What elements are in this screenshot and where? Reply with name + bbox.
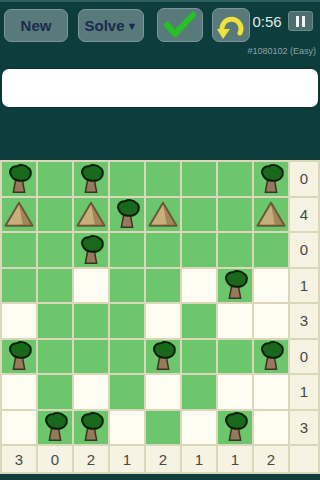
cell-r6c1[interactable] [2, 340, 36, 374]
col-clue-2: 0 [38, 446, 72, 472]
cell-r3c2[interactable] [38, 233, 72, 267]
cell-r4c7[interactable] [218, 269, 252, 303]
checkmark-icon [161, 11, 199, 39]
cell-r5c7[interactable] [218, 304, 252, 338]
cell-r5c1[interactable] [2, 304, 36, 338]
cell-r1c8[interactable] [254, 162, 288, 196]
message-box [2, 69, 318, 107]
tent-icon [3, 198, 35, 230]
tree-icon [147, 340, 179, 372]
col-clue-4: 1 [110, 446, 144, 472]
cell-r3c8[interactable] [254, 233, 288, 267]
pause-icon [296, 16, 299, 27]
cell-r7c8[interactable] [254, 375, 288, 409]
row-clue-5: 3 [290, 304, 318, 338]
cell-r2c3[interactable] [74, 198, 108, 232]
cell-r4c5[interactable] [146, 269, 180, 303]
tree-icon [219, 411, 251, 443]
cell-r1c3[interactable] [74, 162, 108, 196]
cell-r1c5[interactable] [146, 162, 180, 196]
col-clue-5: 2 [146, 446, 180, 472]
cell-r8c5[interactable] [146, 411, 180, 445]
cell-r4c2[interactable] [38, 269, 72, 303]
cell-r8c2[interactable] [38, 411, 72, 445]
tree-icon [75, 234, 107, 266]
cell-r6c5[interactable] [146, 340, 180, 374]
cell-r7c1[interactable] [2, 375, 36, 409]
col-clue-8: 2 [254, 446, 288, 472]
cell-r7c7[interactable] [218, 375, 252, 409]
cell-r3c1[interactable] [2, 233, 36, 267]
cell-r5c6[interactable] [182, 304, 216, 338]
cell-r4c3[interactable] [74, 269, 108, 303]
cell-r8c4[interactable] [110, 411, 144, 445]
cell-r1c2[interactable] [38, 162, 72, 196]
cell-r6c7[interactable] [218, 340, 252, 374]
cell-r6c6[interactable] [182, 340, 216, 374]
cell-r1c1[interactable] [2, 162, 36, 196]
cell-r8c6[interactable] [182, 411, 216, 445]
cell-r3c6[interactable] [182, 233, 216, 267]
cell-r4c4[interactable] [110, 269, 144, 303]
tree-icon [255, 340, 287, 372]
cell-r6c2[interactable] [38, 340, 72, 374]
cell-r5c4[interactable] [110, 304, 144, 338]
app-screen: New Solve ▼ 0:56 #1080102 (Easy) 0401301… [0, 0, 320, 480]
cell-r5c2[interactable] [38, 304, 72, 338]
pause-button[interactable] [288, 11, 313, 31]
cell-r4c6[interactable] [182, 269, 216, 303]
check-button[interactable] [157, 8, 203, 42]
cell-r3c4[interactable] [110, 233, 144, 267]
row-clue-3: 0 [290, 233, 318, 267]
tree-icon [75, 411, 107, 443]
solve-button-label: Solve [85, 17, 125, 34]
cell-r8c7[interactable] [218, 411, 252, 445]
cell-r5c3[interactable] [74, 304, 108, 338]
new-button-label: New [21, 17, 52, 34]
cell-r3c3[interactable] [74, 233, 108, 267]
cell-r8c8[interactable] [254, 411, 288, 445]
tree-icon [3, 340, 35, 372]
new-button[interactable]: New [4, 9, 68, 42]
cell-r2c8[interactable] [254, 198, 288, 232]
cell-r5c8[interactable] [254, 304, 288, 338]
tent-icon [255, 198, 287, 230]
tree-icon [219, 269, 251, 301]
cell-r2c6[interactable] [182, 198, 216, 232]
cell-r6c3[interactable] [74, 340, 108, 374]
chevron-down-icon: ▼ [127, 20, 138, 32]
cell-r1c6[interactable] [182, 162, 216, 196]
cell-r6c4[interactable] [110, 340, 144, 374]
col-clue-6: 1 [182, 446, 216, 472]
row-clue-4: 1 [290, 269, 318, 303]
cell-r2c2[interactable] [38, 198, 72, 232]
cell-r8c1[interactable] [2, 411, 36, 445]
cell-r7c5[interactable] [146, 375, 180, 409]
row-clue-1: 0 [290, 162, 318, 196]
row-clue-8: 3 [290, 411, 318, 445]
board: 0401301330212112 [0, 160, 320, 474]
row-clue-7: 1 [290, 375, 318, 409]
col-clue-1: 3 [2, 446, 36, 472]
cell-r6c8[interactable] [254, 340, 288, 374]
cell-r2c5[interactable] [146, 198, 180, 232]
cell-r1c7[interactable] [218, 162, 252, 196]
clue-corner [290, 446, 318, 472]
solve-button[interactable]: Solve ▼ [78, 9, 144, 42]
cell-r2c1[interactable] [2, 198, 36, 232]
puzzle-id: #1080102 (Easy) [247, 46, 316, 56]
cell-r3c5[interactable] [146, 233, 180, 267]
tree-icon [39, 411, 71, 443]
tent-icon [147, 198, 179, 230]
cell-r1c4[interactable] [110, 162, 144, 196]
undo-button[interactable] [212, 8, 250, 42]
tree-icon [111, 198, 143, 230]
undo-arrow-icon [215, 10, 247, 40]
cell-r7c3[interactable] [74, 375, 108, 409]
cell-r7c2[interactable] [38, 375, 72, 409]
row-clue-2: 4 [290, 198, 318, 232]
cell-r8c3[interactable] [74, 411, 108, 445]
tree-icon [255, 163, 287, 195]
col-clue-3: 2 [74, 446, 108, 472]
col-clue-7: 1 [218, 446, 252, 472]
timer: 0:56 [250, 13, 284, 30]
cell-r7c6[interactable] [182, 375, 216, 409]
tree-icon [75, 163, 107, 195]
cell-r7c4[interactable] [110, 375, 144, 409]
cell-r5c5[interactable] [146, 304, 180, 338]
cell-r4c1[interactable] [2, 269, 36, 303]
cell-r2c7[interactable] [218, 198, 252, 232]
tent-icon [75, 198, 107, 230]
cell-r2c4[interactable] [110, 198, 144, 232]
cell-r4c8[interactable] [254, 269, 288, 303]
cell-r3c7[interactable] [218, 233, 252, 267]
row-clue-6: 0 [290, 340, 318, 374]
tree-icon [3, 163, 35, 195]
